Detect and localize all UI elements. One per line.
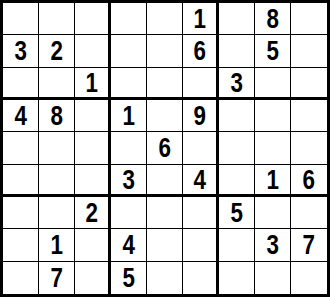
cell-r9c5[interactable]: [147, 262, 183, 294]
given-digit: 7: [50, 263, 62, 292]
given-digit: 4: [193, 165, 205, 194]
given-digit: 6: [193, 36, 205, 65]
cell-r6c1[interactable]: [3, 165, 39, 197]
cell-r4c7[interactable]: [219, 100, 255, 132]
cell-r8c6[interactable]: [183, 229, 219, 261]
given-digit: 1: [85, 68, 97, 97]
cell-r2c9[interactable]: [291, 35, 327, 67]
cell-r7c7[interactable]: 5: [219, 197, 255, 229]
given-digit: 2: [85, 198, 97, 227]
cell-r1c3[interactable]: [75, 3, 111, 35]
given-digit: 1: [266, 165, 278, 194]
cell-r6c4[interactable]: 3: [111, 165, 147, 197]
cell-r4c5[interactable]: [147, 100, 183, 132]
cell-r2c2[interactable]: 2: [39, 35, 75, 67]
cell-r9c9[interactable]: [291, 262, 327, 294]
cell-r4c8[interactable]: [255, 100, 291, 132]
sudoku-board: 1832651348196341625143775: [0, 0, 330, 297]
cell-r9c3[interactable]: [75, 262, 111, 294]
given-digit: 5: [122, 263, 134, 292]
cell-r1c5[interactable]: [147, 3, 183, 35]
cell-r2c3[interactable]: [75, 35, 111, 67]
given-digit: 1: [193, 4, 205, 33]
cell-r5c3[interactable]: [75, 132, 111, 164]
cell-r2c1[interactable]: 3: [3, 35, 39, 67]
cell-r8c2[interactable]: 1: [39, 229, 75, 261]
cell-r5c9[interactable]: [291, 132, 327, 164]
given-digit: 3: [266, 230, 278, 259]
cell-r2c6[interactable]: 6: [183, 35, 219, 67]
cell-r4c1[interactable]: 4: [3, 100, 39, 132]
cell-r6c9[interactable]: 6: [291, 165, 327, 197]
cell-r9c8[interactable]: [255, 262, 291, 294]
cell-r5c7[interactable]: [219, 132, 255, 164]
given-digit: 3: [122, 165, 134, 194]
cell-r3c6[interactable]: [183, 68, 219, 100]
cell-r6c2[interactable]: [39, 165, 75, 197]
cell-r8c9[interactable]: 7: [291, 229, 327, 261]
given-digit: 5: [266, 36, 278, 65]
cell-r2c5[interactable]: [147, 35, 183, 67]
cell-r4c3[interactable]: [75, 100, 111, 132]
cell-r8c1[interactable]: [3, 229, 39, 261]
cell-r3c9[interactable]: [291, 68, 327, 100]
cell-r7c2[interactable]: [39, 197, 75, 229]
cell-r1c6[interactable]: 1: [183, 3, 219, 35]
cell-r7c3[interactable]: 2: [75, 197, 111, 229]
given-digit: 4: [14, 101, 26, 130]
cell-r3c1[interactable]: [3, 68, 39, 100]
cell-r6c5[interactable]: [147, 165, 183, 197]
cell-r3c4[interactable]: [111, 68, 147, 100]
cell-r7c8[interactable]: [255, 197, 291, 229]
cell-r1c4[interactable]: [111, 3, 147, 35]
cell-r7c9[interactable]: [291, 197, 327, 229]
cell-r3c7[interactable]: 3: [219, 68, 255, 100]
cell-r2c7[interactable]: [219, 35, 255, 67]
cell-r9c2[interactable]: 7: [39, 262, 75, 294]
cell-r5c4[interactable]: [111, 132, 147, 164]
given-digit: 1: [50, 230, 62, 259]
cell-r7c4[interactable]: [111, 197, 147, 229]
cell-r5c2[interactable]: [39, 132, 75, 164]
cell-r3c8[interactable]: [255, 68, 291, 100]
given-digit: 7: [303, 230, 315, 259]
given-digit: 6: [158, 133, 170, 162]
cell-r3c3[interactable]: 1: [75, 68, 111, 100]
cell-r8c7[interactable]: [219, 229, 255, 261]
cell-r7c5[interactable]: [147, 197, 183, 229]
cell-r4c9[interactable]: [291, 100, 327, 132]
cell-r5c1[interactable]: [3, 132, 39, 164]
cell-r1c7[interactable]: [219, 3, 255, 35]
cell-r4c6[interactable]: 9: [183, 100, 219, 132]
cell-r6c8[interactable]: 1: [255, 165, 291, 197]
cell-r3c2[interactable]: [39, 68, 75, 100]
cell-r2c4[interactable]: [111, 35, 147, 67]
cell-r7c1[interactable]: [3, 197, 39, 229]
given-digit: 4: [122, 230, 134, 259]
cell-r6c6[interactable]: 4: [183, 165, 219, 197]
cell-r1c9[interactable]: [291, 3, 327, 35]
given-digit: 6: [303, 165, 315, 194]
cell-r8c8[interactable]: 3: [255, 229, 291, 261]
cell-r1c1[interactable]: [3, 3, 39, 35]
cell-r5c5[interactable]: 6: [147, 132, 183, 164]
cell-r6c7[interactable]: [219, 165, 255, 197]
cell-r3c5[interactable]: [147, 68, 183, 100]
cell-r9c1[interactable]: [3, 262, 39, 294]
cell-r6c3[interactable]: [75, 165, 111, 197]
given-digit: 9: [193, 101, 205, 130]
cell-r1c2[interactable]: [39, 3, 75, 35]
cell-r9c4[interactable]: 5: [111, 262, 147, 294]
cell-r4c4[interactable]: 1: [111, 100, 147, 132]
given-digit: 2: [50, 36, 62, 65]
cell-r8c3[interactable]: [75, 229, 111, 261]
given-digit: 8: [50, 101, 62, 130]
given-digit: 3: [14, 36, 26, 65]
cell-r4c2[interactable]: 8: [39, 100, 75, 132]
cell-r8c5[interactable]: [147, 229, 183, 261]
given-digit: 1: [122, 101, 134, 130]
cell-r9c6[interactable]: [183, 262, 219, 294]
given-digit: 5: [230, 198, 242, 227]
given-digit: 8: [266, 4, 278, 33]
cell-r7c6[interactable]: [183, 197, 219, 229]
cell-r9c7[interactable]: [219, 262, 255, 294]
cell-r8c4[interactable]: 4: [111, 229, 147, 261]
cell-r1c8[interactable]: 8: [255, 3, 291, 35]
cell-r2c8[interactable]: 5: [255, 35, 291, 67]
cell-r5c8[interactable]: [255, 132, 291, 164]
given-digit: 3: [230, 68, 242, 97]
cell-r5c6[interactable]: [183, 132, 219, 164]
